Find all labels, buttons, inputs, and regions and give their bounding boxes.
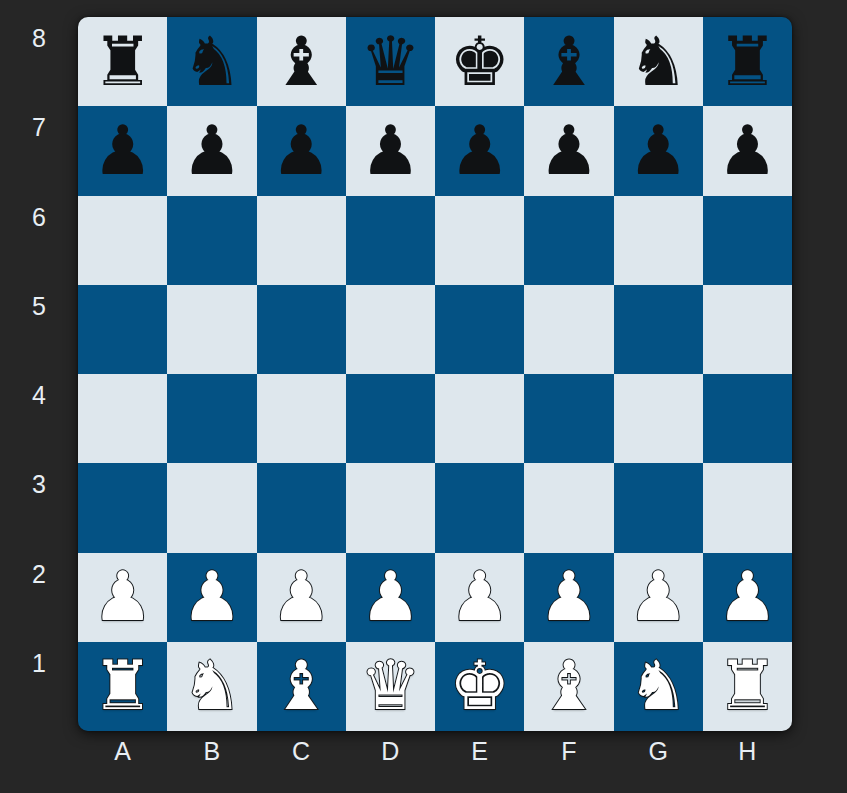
- square-c3[interactable]: [257, 463, 346, 552]
- square-g8[interactable]: ♞: [614, 17, 703, 106]
- square-f2[interactable]: ♟: [524, 553, 613, 642]
- square-e3[interactable]: [435, 463, 524, 552]
- square-h4[interactable]: [703, 374, 792, 463]
- black-king[interactable]: ♚: [449, 28, 510, 96]
- file-label-f: F: [524, 733, 613, 767]
- rank-label-3: 3: [0, 463, 78, 552]
- square-c5[interactable]: [257, 285, 346, 374]
- square-f6[interactable]: [524, 196, 613, 285]
- square-b3[interactable]: [167, 463, 256, 552]
- square-b1[interactable]: ♞: [167, 642, 256, 731]
- white-rook[interactable]: ♜: [717, 652, 778, 720]
- square-g6[interactable]: [614, 196, 703, 285]
- square-h2[interactable]: ♟: [703, 553, 792, 642]
- square-g3[interactable]: [614, 463, 703, 552]
- black-pawn[interactable]: ♟: [449, 117, 510, 185]
- square-a3[interactable]: [78, 463, 167, 552]
- square-d3[interactable]: [346, 463, 435, 552]
- square-a4[interactable]: [78, 374, 167, 463]
- square-g7[interactable]: ♟: [614, 106, 703, 195]
- black-pawn[interactable]: ♟: [538, 117, 599, 185]
- square-f1[interactable]: ♝: [524, 642, 613, 731]
- black-bishop[interactable]: ♝: [538, 28, 599, 96]
- square-a5[interactable]: [78, 285, 167, 374]
- square-a6[interactable]: [78, 196, 167, 285]
- file-label-h: H: [703, 733, 792, 767]
- square-d2[interactable]: ♟: [346, 553, 435, 642]
- square-d1[interactable]: ♛: [346, 642, 435, 731]
- square-d4[interactable]: [346, 374, 435, 463]
- square-f8[interactable]: ♝: [524, 17, 613, 106]
- square-e4[interactable]: [435, 374, 524, 463]
- white-pawn[interactable]: ♟: [449, 563, 510, 631]
- white-rook[interactable]: ♜: [92, 652, 153, 720]
- chess-board: ♜♞♝♛♚♝♞♜♟♟♟♟♟♟♟♟♟♟♟♟♟♟♟♟♜♞♝♛♚♝♞♜: [78, 17, 792, 731]
- rank-label-4: 4: [0, 374, 78, 463]
- black-pawn[interactable]: ♟: [628, 117, 689, 185]
- black-knight[interactable]: ♞: [181, 28, 242, 96]
- black-bishop[interactable]: ♝: [271, 28, 332, 96]
- square-g4[interactable]: [614, 374, 703, 463]
- square-f5[interactable]: [524, 285, 613, 374]
- white-knight[interactable]: ♞: [628, 652, 689, 720]
- square-e2[interactable]: ♟: [435, 553, 524, 642]
- square-a7[interactable]: ♟: [78, 106, 167, 195]
- rank-label-7: 7: [0, 106, 78, 195]
- square-d6[interactable]: [346, 196, 435, 285]
- white-king[interactable]: ♚: [449, 652, 510, 720]
- square-g2[interactable]: ♟: [614, 553, 703, 642]
- black-queen[interactable]: ♛: [360, 28, 421, 96]
- square-e8[interactable]: ♚: [435, 17, 524, 106]
- square-h6[interactable]: [703, 196, 792, 285]
- square-g1[interactable]: ♞: [614, 642, 703, 731]
- square-e1[interactable]: ♚: [435, 642, 524, 731]
- square-c6[interactable]: [257, 196, 346, 285]
- square-d8[interactable]: ♛: [346, 17, 435, 106]
- square-b2[interactable]: ♟: [167, 553, 256, 642]
- square-d7[interactable]: ♟: [346, 106, 435, 195]
- white-queen[interactable]: ♛: [360, 652, 421, 720]
- file-label-d: D: [346, 733, 435, 767]
- black-pawn[interactable]: ♟: [271, 117, 332, 185]
- square-h1[interactable]: ♜: [703, 642, 792, 731]
- file-label-a: A: [78, 733, 167, 767]
- square-g5[interactable]: [614, 285, 703, 374]
- square-h5[interactable]: [703, 285, 792, 374]
- white-pawn[interactable]: ♟: [360, 563, 421, 631]
- square-a1[interactable]: ♜: [78, 642, 167, 731]
- square-f4[interactable]: [524, 374, 613, 463]
- square-b6[interactable]: [167, 196, 256, 285]
- black-rook[interactable]: ♜: [92, 28, 153, 96]
- rank-labels: 87654321: [0, 17, 78, 731]
- square-d5[interactable]: [346, 285, 435, 374]
- square-b7[interactable]: ♟: [167, 106, 256, 195]
- square-a2[interactable]: ♟: [78, 553, 167, 642]
- file-label-e: E: [435, 733, 524, 767]
- file-label-c: C: [257, 733, 346, 767]
- rank-label-8: 8: [0, 17, 78, 106]
- black-pawn[interactable]: ♟: [181, 117, 242, 185]
- square-e5[interactable]: [435, 285, 524, 374]
- rank-label-5: 5: [0, 285, 78, 374]
- white-pawn[interactable]: ♟: [271, 563, 332, 631]
- rank-label-6: 6: [0, 196, 78, 285]
- square-e6[interactable]: [435, 196, 524, 285]
- black-pawn[interactable]: ♟: [717, 117, 778, 185]
- white-pawn[interactable]: ♟: [92, 563, 153, 631]
- file-labels: ABCDEFGH: [78, 733, 792, 767]
- white-bishop[interactable]: ♝: [271, 652, 332, 720]
- file-label-b: B: [167, 733, 256, 767]
- square-c8[interactable]: ♝: [257, 17, 346, 106]
- square-c7[interactable]: ♟: [257, 106, 346, 195]
- square-f3[interactable]: [524, 463, 613, 552]
- white-pawn[interactable]: ♟: [538, 563, 599, 631]
- square-c4[interactable]: [257, 374, 346, 463]
- rank-label-1: 1: [0, 642, 78, 731]
- rank-label-2: 2: [0, 553, 78, 642]
- white-pawn[interactable]: ♟: [628, 563, 689, 631]
- page-background: 87654321 ♜♞♝♛♚♝♞♜♟♟♟♟♟♟♟♟♟♟♟♟♟♟♟♟♜♞♝♛♚♝♞…: [0, 0, 847, 793]
- square-c2[interactable]: ♟: [257, 553, 346, 642]
- black-pawn[interactable]: ♟: [360, 117, 421, 185]
- square-h8[interactable]: ♜: [703, 17, 792, 106]
- square-h3[interactable]: [703, 463, 792, 552]
- white-knight[interactable]: ♞: [181, 652, 242, 720]
- black-rook[interactable]: ♜: [717, 28, 778, 96]
- square-e7[interactable]: ♟: [435, 106, 524, 195]
- square-a8[interactable]: ♜: [78, 17, 167, 106]
- square-f7[interactable]: ♟: [524, 106, 613, 195]
- square-b8[interactable]: ♞: [167, 17, 256, 106]
- black-pawn[interactable]: ♟: [92, 117, 153, 185]
- white-pawn[interactable]: ♟: [717, 563, 778, 631]
- white-bishop[interactable]: ♝: [538, 652, 599, 720]
- square-c1[interactable]: ♝: [257, 642, 346, 731]
- file-label-g: G: [614, 733, 703, 767]
- black-knight[interactable]: ♞: [628, 28, 689, 96]
- square-b5[interactable]: [167, 285, 256, 374]
- square-h7[interactable]: ♟: [703, 106, 792, 195]
- square-b4[interactable]: [167, 374, 256, 463]
- white-pawn[interactable]: ♟: [181, 563, 242, 631]
